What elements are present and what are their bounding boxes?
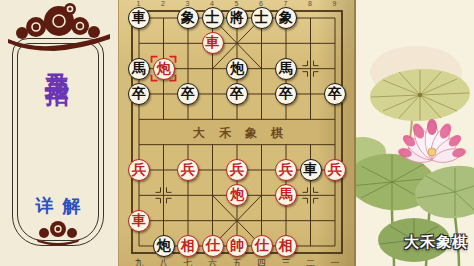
lotus-artwork: 大禾象棋 <box>356 0 474 266</box>
point-marker <box>314 198 319 203</box>
file-label-top: 1 <box>137 0 141 7</box>
point-marker <box>303 72 308 77</box>
piece-black-f7r3[interactable]: 卒 <box>275 83 297 105</box>
piece-black-f5r2[interactable]: 炮 <box>226 58 248 80</box>
piece-red-f9r6[interactable]: 兵 <box>324 159 346 181</box>
piece-red-f6r9[interactable]: 仕 <box>251 235 273 257</box>
point-marker <box>314 61 319 66</box>
file-label-top: 5 <box>235 0 239 7</box>
piece-black-f1r2[interactable]: 馬 <box>128 58 150 80</box>
piece-red-f5r9[interactable]: 帥 <box>226 235 248 257</box>
file-label-top: 4 <box>210 0 214 7</box>
piece-black-f6r0[interactable]: 士 <box>251 7 273 29</box>
piece-black-f5r3[interactable]: 卒 <box>226 83 248 105</box>
piece-red-f4r9[interactable]: 仕 <box>202 235 224 257</box>
piece-black-f7r0[interactable]: 象 <box>275 7 297 29</box>
piece-red-f7r9[interactable]: 相 <box>275 235 297 257</box>
piece-red-f2r2[interactable]: 炮 <box>153 58 175 80</box>
piece-black-f2r9[interactable]: 炮 <box>153 235 175 257</box>
episode-subtitle: 详解 <box>12 194 104 218</box>
point-marker <box>167 198 172 203</box>
piece-black-f9r3[interactable]: 卒 <box>324 83 346 105</box>
file-label-top: 9 <box>333 0 337 7</box>
piece-red-f1r8[interactable]: 車 <box>128 210 150 232</box>
point-marker <box>303 198 308 203</box>
video-frame: 弃马十三招 详解 大禾象棋 123456789 九八七六五四三二一 車象士將士象… <box>0 0 474 266</box>
file-label-bottom: 一 <box>331 257 340 266</box>
river-label: 大禾象棋 <box>163 125 313 142</box>
piece-black-f3r0[interactable]: 象 <box>177 7 199 29</box>
piece-black-f1r0[interactable]: 車 <box>128 7 150 29</box>
piece-black-f1r3[interactable]: 卒 <box>128 83 150 105</box>
point-marker <box>303 187 308 192</box>
file-label-top: 7 <box>284 0 288 7</box>
file-label-top: 3 <box>186 0 190 7</box>
file-label-bottom: 六 <box>208 257 217 266</box>
piece-red-f3r9[interactable]: 相 <box>177 235 199 257</box>
point-marker <box>314 72 319 77</box>
piece-black-f3r3[interactable]: 卒 <box>177 83 199 105</box>
piece-black-f5r0[interactable]: 將 <box>226 7 248 29</box>
file-label-bottom: 七 <box>184 257 193 266</box>
file-label-top: 8 <box>308 0 312 7</box>
piece-red-f3r6[interactable]: 兵 <box>177 159 199 181</box>
file-label-top: 6 <box>259 0 263 7</box>
piece-red-f4r1[interactable]: 車 <box>202 32 224 54</box>
point-marker <box>167 187 172 192</box>
xiangqi-board[interactable]: 大禾象棋 123456789 九八七六五四三二一 車象士將士象車馬炮炮馬卒卒卒卒… <box>118 0 356 266</box>
piece-red-f5r6[interactable]: 兵 <box>226 159 248 181</box>
file-label-bottom: 四 <box>257 257 266 266</box>
lotus-flower <box>397 119 468 166</box>
file-label-top: 2 <box>161 0 165 7</box>
point-marker <box>314 187 319 192</box>
left-panel: 弃马十三招 详解 <box>0 0 118 266</box>
file-label-bottom: 三 <box>282 257 291 266</box>
file-label-bottom: 八 <box>159 257 168 266</box>
piece-black-f7r2[interactable]: 馬 <box>275 58 297 80</box>
piece-black-f4r0[interactable]: 士 <box>202 7 224 29</box>
point-marker <box>303 61 308 66</box>
piece-red-f1r6[interactable]: 兵 <box>128 159 150 181</box>
point-marker <box>156 187 161 192</box>
file-label-bottom: 九 <box>135 257 144 266</box>
piece-red-f7r6[interactable]: 兵 <box>275 159 297 181</box>
lotus-illustration <box>356 0 474 266</box>
piece-black-f8r6[interactable]: 車 <box>300 159 322 181</box>
channel-watermark: 大禾象棋 <box>404 233 468 252</box>
file-label-bottom: 五 <box>233 257 242 266</box>
point-marker <box>156 198 161 203</box>
cloud-ornament-top <box>2 1 116 55</box>
file-label-bottom: 二 <box>306 257 315 266</box>
cloud-ornament-bottom <box>32 219 84 245</box>
